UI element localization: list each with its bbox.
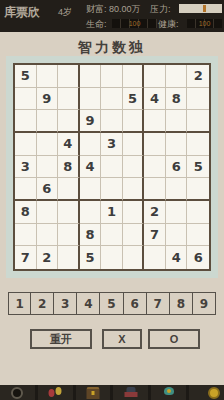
sudoku-cell-r9c4[interactable]: 5 [80, 246, 102, 269]
sudoku-cell-r4c3[interactable]: 4 [58, 133, 80, 156]
numpad-2[interactable]: 2 [30, 292, 54, 315]
sudoku-cell-r7c2[interactable] [37, 201, 59, 224]
sudoku-cell-r1c1[interactable]: 5 [15, 65, 37, 88]
sudoku-cell-r7c3[interactable] [58, 201, 80, 224]
sudoku-cell-r7c4[interactable] [80, 201, 102, 224]
numpad-3[interactable]: 3 [53, 292, 77, 315]
sudoku-cell-r6c2[interactable]: 6 [37, 178, 59, 201]
page-title: 智力数独 [0, 39, 224, 57]
screen: 库票欣 4岁 财富: 80.00万 压力: 生命: 100 健康: 100 智力… [0, 0, 224, 400]
sudoku-cell-r5c2[interactable] [37, 156, 59, 179]
life-value: 100 [129, 20, 141, 27]
sudoku-cell-r6c1[interactable] [15, 178, 37, 201]
player-age: 4岁 [58, 8, 72, 17]
numpad-8[interactable]: 8 [169, 292, 193, 315]
sudoku-cell-r1c9[interactable]: 2 [187, 65, 209, 88]
sudoku-cell-r9c2[interactable]: 2 [37, 246, 59, 269]
bottom-nav-slot-4[interactable] [113, 385, 151, 400]
sudoku-cell-r5c6[interactable] [123, 156, 145, 179]
balloons-icon [49, 387, 62, 399]
wealth-label: 财富: [86, 4, 107, 14]
sudoku-cell-r7c6[interactable] [123, 201, 145, 224]
sudoku-cell-r5c5[interactable] [101, 156, 123, 179]
bottom-nav-slot-2[interactable] [38, 385, 76, 400]
sudoku-cell-r9c7[interactable] [144, 246, 166, 269]
top-status-bar: 库票欣 4岁 财富: 80.00万 压力: 生命: 100 健康: 100 [0, 0, 224, 32]
sudoku-board-panel: 5295489433846568128772546 [6, 56, 218, 278]
numpad-4[interactable]: 4 [76, 292, 100, 315]
sudoku-cell-r8c6[interactable] [123, 224, 145, 247]
bottom-nav-slot-3[interactable] [76, 385, 114, 400]
sudoku-cell-r4c1[interactable] [15, 133, 37, 156]
health-bar: 100 [187, 19, 222, 28]
sudoku-cell-r6c6[interactable] [123, 178, 145, 201]
sudoku-cell-r5c1[interactable]: 3 [15, 156, 37, 179]
chest-icon [87, 387, 100, 399]
sudoku-cell-r1c5[interactable] [101, 65, 123, 88]
pressure-bar [179, 4, 222, 13]
sudoku-cell-r2c2[interactable]: 9 [37, 88, 59, 111]
sudoku-cell-r9c8[interactable]: 4 [166, 246, 188, 269]
o-button[interactable]: O [148, 329, 200, 349]
sudoku-cell-r7c5[interactable]: 1 [101, 201, 123, 224]
life-label: 生命: [86, 20, 107, 29]
sudoku-cell-r5c7[interactable] [144, 156, 166, 179]
sudoku-cell-r2c7[interactable]: 4 [144, 88, 166, 111]
sudoku-cell-r8c1[interactable] [15, 224, 37, 247]
sudoku-cell-r3c4[interactable]: 9 [80, 110, 102, 133]
sudoku-cell-r2c5[interactable] [101, 88, 123, 111]
sudoku-cell-r1c6[interactable] [123, 65, 145, 88]
player-name: 库票欣 [4, 6, 40, 18]
sudoku-cell-r4c9[interactable] [187, 133, 209, 156]
pressure-label: 压力: [150, 5, 171, 14]
trophy-icon [163, 387, 175, 397]
sudoku-cell-r3c2[interactable] [37, 110, 59, 133]
sudoku-board: 5295489433846568128772546 [13, 63, 211, 271]
wealth-value: 80.00万 [109, 4, 141, 14]
sudoku-cell-r4c5[interactable]: 3 [101, 133, 123, 156]
sudoku-cell-r2c8[interactable]: 8 [166, 88, 188, 111]
sudoku-cell-r8c5[interactable] [101, 224, 123, 247]
sudoku-cell-r5c4[interactable]: 4 [80, 156, 102, 179]
numpad-5[interactable]: 5 [99, 292, 123, 315]
sudoku-cell-r4c8[interactable] [166, 133, 188, 156]
sudoku-cell-r4c2[interactable] [37, 133, 59, 156]
sudoku-cell-r6c7[interactable] [144, 178, 166, 201]
sudoku-cell-r1c4[interactable] [80, 65, 102, 88]
number-pad: 123456789 [8, 292, 216, 315]
health-label: 健康: [158, 20, 179, 29]
sudoku-cell-r3c6[interactable] [123, 110, 145, 133]
sudoku-cell-r6c9[interactable] [187, 178, 209, 201]
numpad-6[interactable]: 6 [123, 292, 147, 315]
life-bar: 100 [112, 19, 157, 28]
sudoku-cell-r7c9[interactable] [187, 201, 209, 224]
sudoku-cell-r6c3[interactable] [58, 178, 80, 201]
sudoku-cell-r9c5[interactable] [101, 246, 123, 269]
sudoku-cell-r8c8[interactable] [166, 224, 188, 247]
sudoku-cell-r8c3[interactable] [58, 224, 80, 247]
sudoku-cell-r4c6[interactable] [123, 133, 145, 156]
sudoku-cell-r9c9[interactable]: 6 [187, 246, 209, 269]
sudoku-cell-r8c4[interactable]: 8 [80, 224, 102, 247]
sudoku-cell-r6c4[interactable] [80, 178, 102, 201]
sudoku-cell-r9c3[interactable] [58, 246, 80, 269]
sudoku-cell-r3c5[interactable] [101, 110, 123, 133]
sudoku-cell-r1c2[interactable] [37, 65, 59, 88]
health-value: 100 [199, 20, 211, 27]
restart-button[interactable]: 重开 [30, 329, 92, 349]
sudoku-cell-r7c8[interactable] [166, 201, 188, 224]
sudoku-cell-r4c7[interactable] [144, 133, 166, 156]
bed-icon [124, 387, 137, 398]
sudoku-cell-r6c8[interactable] [166, 178, 188, 201]
sudoku-cell-r8c7[interactable]: 7 [144, 224, 166, 247]
sudoku-cell-r3c9[interactable] [187, 110, 209, 133]
sudoku-cell-r2c9[interactable] [187, 88, 209, 111]
sudoku-cell-r8c9[interactable] [187, 224, 209, 247]
sudoku-cell-r2c1[interactable] [15, 88, 37, 111]
numpad-9[interactable]: 9 [192, 292, 216, 315]
wealth-stat: 财富: 80.00万 [86, 5, 141, 14]
numpad-7[interactable]: 7 [146, 292, 170, 315]
clock-icon [11, 387, 23, 399]
sudoku-cell-r3c8[interactable] [166, 110, 188, 133]
sudoku-cell-r7c7[interactable]: 2 [144, 201, 166, 224]
sudoku-cell-r1c7[interactable] [144, 65, 166, 88]
sudoku-cell-r9c1[interactable]: 7 [15, 246, 37, 269]
bottom-nav-slot-1[interactable] [0, 385, 38, 400]
bottom-nav-slot-5[interactable] [151, 385, 189, 400]
sudoku-cell-r3c3[interactable] [58, 110, 80, 133]
sudoku-cell-r2c6[interactable]: 5 [123, 88, 145, 111]
sudoku-cell-r1c8[interactable] [166, 65, 188, 88]
sudoku-cell-r2c4[interactable] [80, 88, 102, 111]
sudoku-cell-r9c6[interactable] [123, 246, 145, 269]
sudoku-cell-r5c8[interactable]: 6 [166, 156, 188, 179]
sudoku-cell-r1c3[interactable] [58, 65, 80, 88]
numpad-1[interactable]: 1 [8, 292, 31, 315]
x-button[interactable]: X [102, 329, 142, 349]
bottom-nav-bar [0, 385, 224, 400]
sudoku-cell-r4c4[interactable] [80, 133, 102, 156]
sudoku-cell-r8c2[interactable] [37, 224, 59, 247]
sudoku-cell-r6c5[interactable] [101, 178, 123, 201]
sudoku-cell-r3c7[interactable] [144, 110, 166, 133]
pressure-bar-marker [203, 5, 206, 12]
sudoku-cell-r7c1[interactable]: 8 [15, 201, 37, 224]
coin-icon [208, 387, 220, 399]
sudoku-cell-r2c3[interactable] [58, 88, 80, 111]
sudoku-cell-r5c3[interactable]: 8 [58, 156, 80, 179]
sudoku-cell-r5c9[interactable]: 5 [187, 156, 209, 179]
sudoku-cell-r3c1[interactable] [15, 110, 37, 133]
bottom-nav-slot-6[interactable] [189, 385, 224, 400]
